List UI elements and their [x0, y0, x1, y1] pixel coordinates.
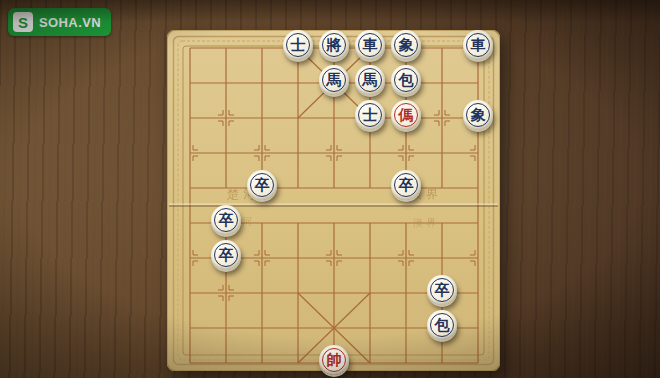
piece-ring: 士 [286, 33, 310, 57]
piece-ring: 象 [466, 103, 490, 127]
piece-black-soldier[interactable]: 卒 [211, 240, 241, 270]
video-frame: 楚河 漢界 楚河 漢界 S SOHA.VN 士將車象車馬馬包士傌象卒卒卒卒卒包帥 [0, 0, 660, 378]
piece-black-advisor[interactable]: 士 [355, 100, 385, 130]
piece-glyph: 馬 [363, 72, 378, 87]
piece-black-cannon[interactable]: 包 [391, 65, 421, 95]
piece-ring: 帥 [322, 348, 346, 372]
piece-glyph: 卒 [219, 212, 234, 227]
piece-black-soldier[interactable]: 卒 [427, 275, 457, 305]
piece-ring: 包 [394, 68, 418, 92]
piece-glyph: 傌 [399, 107, 414, 122]
piece-ring: 車 [358, 33, 382, 57]
piece-ring: 卒 [250, 173, 274, 197]
piece-black-elephant[interactable]: 象 [463, 100, 493, 130]
river-carving-right: 漢界 [413, 217, 439, 228]
piece-glyph: 卒 [435, 282, 450, 297]
piece-ring: 包 [430, 313, 454, 337]
piece-ring: 卒 [214, 243, 238, 267]
piece-glyph: 士 [291, 37, 306, 52]
piece-black-soldier[interactable]: 卒 [211, 205, 241, 235]
piece-ring: 傌 [394, 103, 418, 127]
piece-glyph: 卒 [219, 247, 234, 262]
piece-ring: 卒 [214, 208, 238, 232]
piece-ring: 象 [394, 33, 418, 57]
piece-glyph: 車 [471, 37, 486, 52]
piece-black-elephant[interactable]: 象 [391, 30, 421, 60]
piece-glyph: 包 [399, 72, 414, 87]
piece-ring: 卒 [430, 278, 454, 302]
piece-glyph: 包 [435, 317, 450, 332]
soha-logo-text: SOHA.VN [39, 15, 101, 30]
piece-glyph: 卒 [399, 177, 414, 192]
piece-black-horse[interactable]: 馬 [355, 65, 385, 95]
piece-glyph: 象 [399, 37, 414, 52]
piece-black-general[interactable]: 將 [319, 30, 349, 60]
piece-red-horse[interactable]: 傌 [391, 100, 421, 130]
piece-black-soldier[interactable]: 卒 [247, 170, 277, 200]
piece-black-cannon[interactable]: 包 [427, 310, 457, 340]
piece-glyph: 將 [327, 37, 342, 52]
soha-watermark: S SOHA.VN [8, 8, 111, 36]
piece-black-advisor[interactable]: 士 [283, 30, 313, 60]
piece-ring: 士 [358, 103, 382, 127]
piece-glyph: 象 [471, 107, 486, 122]
soha-logo-icon: S [13, 12, 33, 32]
piece-ring: 馬 [322, 68, 346, 92]
piece-glyph: 士 [363, 107, 378, 122]
piece-black-chariot[interactable]: 車 [355, 30, 385, 60]
piece-ring: 車 [466, 33, 490, 57]
piece-glyph: 卒 [255, 177, 270, 192]
piece-black-horse[interactable]: 馬 [319, 65, 349, 95]
piece-red-general[interactable]: 帥 [319, 345, 349, 375]
piece-glyph: 馬 [327, 72, 342, 87]
piece-black-soldier[interactable]: 卒 [391, 170, 421, 200]
piece-black-chariot[interactable]: 車 [463, 30, 493, 60]
piece-ring: 馬 [358, 68, 382, 92]
piece-ring: 卒 [394, 173, 418, 197]
piece-ring: 將 [322, 33, 346, 57]
piece-glyph: 車 [363, 37, 378, 52]
piece-glyph: 帥 [327, 352, 342, 367]
